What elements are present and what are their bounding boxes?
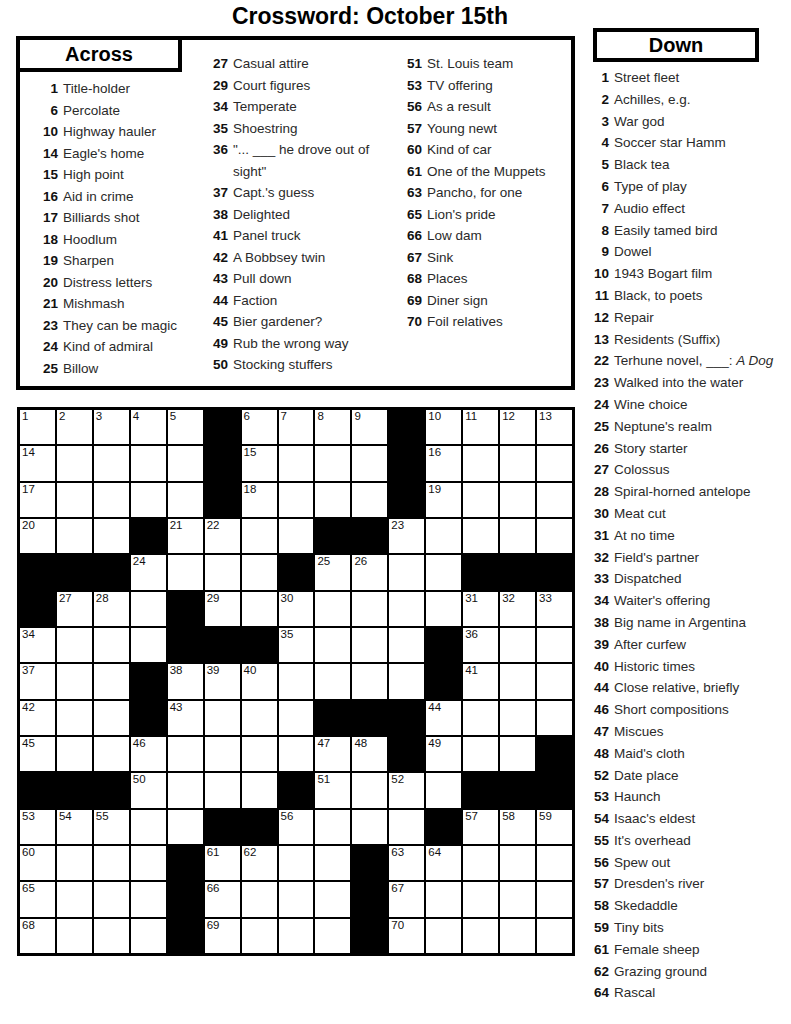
white-cell[interactable]: 21: [168, 519, 203, 553]
white-cell[interactable]: [352, 628, 387, 662]
white-cell[interactable]: [57, 919, 92, 953]
white-cell[interactable]: [463, 483, 498, 517]
white-cell[interactable]: [94, 737, 129, 771]
white-cell[interactable]: [168, 555, 203, 589]
white-cell[interactable]: [242, 592, 277, 626]
cell-number: 17: [22, 483, 35, 496]
clue-number: 51: [400, 53, 422, 75]
clue-number: 27: [206, 53, 228, 75]
white-cell[interactable]: [205, 555, 240, 589]
white-cell[interactable]: [315, 592, 350, 626]
white-cell[interactable]: [131, 846, 166, 880]
white-cell[interactable]: 19: [426, 483, 461, 517]
cell-number: 24: [133, 555, 146, 568]
cell-number: 18: [244, 483, 257, 496]
white-cell[interactable]: [500, 919, 535, 953]
white-cell[interactable]: [315, 483, 350, 517]
white-cell[interactable]: [57, 664, 92, 698]
white-cell[interactable]: [315, 810, 350, 844]
white-cell[interactable]: [57, 882, 92, 916]
black-cell: [389, 737, 424, 771]
white-cell[interactable]: 54: [57, 810, 92, 844]
white-cell[interactable]: [537, 882, 572, 916]
white-cell[interactable]: [168, 483, 203, 517]
cell-number: 5: [170, 410, 176, 423]
white-cell[interactable]: 10: [426, 410, 461, 444]
cell-number: 11: [465, 410, 477, 423]
white-cell[interactable]: 15: [242, 446, 277, 480]
clue-text: Black, to poets: [614, 285, 791, 307]
white-cell[interactable]: [242, 882, 277, 916]
white-cell[interactable]: 50: [131, 773, 166, 807]
clue-number: 25: [590, 416, 609, 438]
white-cell[interactable]: 44: [426, 701, 461, 735]
across-clue-68: 68Places: [400, 268, 572, 290]
down-clue-38: 38Big name in Argentina: [590, 612, 791, 634]
white-cell[interactable]: [426, 592, 461, 626]
across-clue-36: 36"... ___ he drove out of sight": [206, 139, 392, 182]
white-cell[interactable]: [352, 446, 387, 480]
white-cell[interactable]: 45: [20, 737, 55, 771]
clue-number: 8: [590, 220, 609, 242]
down-clue-24: 24Wine choice: [590, 394, 791, 416]
white-cell[interactable]: [131, 592, 166, 626]
white-cell[interactable]: [463, 446, 498, 480]
clue-number: 64: [590, 982, 609, 1004]
white-cell[interactable]: 61: [205, 846, 240, 880]
white-cell[interactable]: 55: [94, 810, 129, 844]
white-cell[interactable]: [168, 737, 203, 771]
across-clue-24: 24Kind of admiral: [36, 336, 204, 358]
clue-text: Places: [427, 268, 572, 290]
white-cell[interactable]: 41: [463, 664, 498, 698]
white-cell[interactable]: [94, 483, 129, 517]
black-cell: [352, 846, 387, 880]
white-cell[interactable]: [94, 701, 129, 735]
cell-number: 6: [244, 410, 250, 423]
white-cell[interactable]: 1: [20, 410, 55, 444]
white-cell[interactable]: [315, 446, 350, 480]
clue-number: 63: [400, 182, 422, 204]
white-cell[interactable]: [242, 919, 277, 953]
white-cell[interactable]: 37: [20, 664, 55, 698]
white-cell[interactable]: [279, 882, 314, 916]
white-cell[interactable]: [57, 628, 92, 662]
page-title: Crossword: October 15th: [0, 3, 740, 30]
white-cell[interactable]: 67: [389, 882, 424, 916]
cell-number: 22: [207, 519, 220, 532]
white-cell[interactable]: [389, 664, 424, 698]
white-cell[interactable]: [426, 773, 461, 807]
cell-number: 49: [428, 737, 441, 750]
white-cell[interactable]: 20: [20, 519, 55, 553]
white-cell[interactable]: 43: [168, 701, 203, 735]
clue-number: 21: [36, 293, 58, 315]
clue-text: Court figures: [233, 75, 392, 97]
cell-number: 16: [428, 446, 441, 459]
white-cell[interactable]: 29: [205, 592, 240, 626]
across-clue-38: 38Delighted: [206, 204, 392, 226]
clue-number: 67: [400, 247, 422, 269]
cell-number: 60: [22, 846, 35, 859]
white-cell[interactable]: [242, 701, 277, 735]
clue-text: Female sheep: [614, 939, 791, 961]
white-cell[interactable]: 26: [352, 555, 387, 589]
white-cell[interactable]: [131, 446, 166, 480]
clue-text: Eagle's home: [63, 143, 204, 165]
white-cell[interactable]: [389, 592, 424, 626]
white-cell[interactable]: [389, 810, 424, 844]
black-cell: [168, 592, 203, 626]
white-cell[interactable]: [389, 628, 424, 662]
clue-text: St. Louis team: [427, 53, 572, 75]
white-cell[interactable]: 17: [20, 483, 55, 517]
white-cell[interactable]: 11: [463, 410, 498, 444]
across-clue-17: 17Billiards shot: [36, 207, 204, 229]
white-cell[interactable]: [500, 664, 535, 698]
clue-number: 3: [590, 111, 609, 133]
white-cell[interactable]: [500, 628, 535, 662]
white-cell[interactable]: 16: [426, 446, 461, 480]
white-cell[interactable]: 25: [315, 555, 350, 589]
white-cell[interactable]: [537, 483, 572, 517]
clue-number: 23: [590, 372, 609, 394]
black-cell: [57, 773, 92, 807]
cell-number: 51: [317, 773, 330, 786]
white-cell[interactable]: 30: [279, 592, 314, 626]
clue-text: Low dam: [427, 225, 572, 247]
clue-number: 61: [590, 939, 609, 961]
cell-number: 47: [317, 737, 330, 750]
white-cell[interactable]: [94, 846, 129, 880]
clue-number: 11: [590, 285, 609, 307]
white-cell[interactable]: [500, 846, 535, 880]
black-cell: [131, 701, 166, 735]
black-cell: [168, 919, 203, 953]
black-cell: [20, 773, 55, 807]
white-cell[interactable]: 70: [389, 919, 424, 953]
clue-text: 1943 Bogart film: [614, 263, 791, 285]
down-clue-57: 57Dresden's river: [590, 873, 791, 895]
across-header-label: Across: [65, 43, 133, 66]
cell-number: 12: [502, 410, 515, 423]
white-cell[interactable]: [279, 737, 314, 771]
black-cell: [168, 846, 203, 880]
white-cell[interactable]: [57, 737, 92, 771]
white-cell[interactable]: 23: [389, 519, 424, 553]
down-clue-39: 39After curfew: [590, 634, 791, 656]
white-cell[interactable]: 58: [500, 810, 535, 844]
clue-number: 14: [36, 143, 58, 165]
white-cell[interactable]: [463, 701, 498, 735]
white-cell[interactable]: 60: [20, 846, 55, 880]
down-clue-52: 52Date place: [590, 765, 791, 787]
white-cell[interactable]: [57, 846, 92, 880]
clue-number: 2: [590, 89, 609, 111]
clue-number: 61: [400, 161, 422, 183]
white-cell[interactable]: [168, 773, 203, 807]
white-cell[interactable]: 4: [131, 410, 166, 444]
cell-number: 62: [244, 846, 257, 859]
white-cell[interactable]: 9: [352, 410, 387, 444]
white-cell[interactable]: 22: [205, 519, 240, 553]
clue-number: 36: [206, 139, 228, 182]
cell-number: 13: [539, 410, 552, 423]
down-clue-9: 9Dowel: [590, 241, 791, 263]
white-cell[interactable]: 38: [168, 664, 203, 698]
white-cell[interactable]: [168, 810, 203, 844]
across-clue-14: 14Eagle's home: [36, 143, 204, 165]
black-cell: [279, 555, 314, 589]
clue-number: 57: [590, 873, 609, 895]
crossword-grid[interactable]: 1234567891011121314151617181920212223242…: [17, 407, 575, 956]
black-cell: [205, 628, 240, 662]
clue-number: 43: [206, 268, 228, 290]
white-cell[interactable]: 18: [242, 483, 277, 517]
white-cell[interactable]: [279, 919, 314, 953]
white-cell[interactable]: 14: [20, 446, 55, 480]
across-clue-43: 43Pull down: [206, 268, 392, 290]
clue-number: 45: [206, 311, 228, 333]
black-cell: [131, 664, 166, 698]
white-cell[interactable]: 8: [315, 410, 350, 444]
white-cell[interactable]: 27: [57, 592, 92, 626]
white-cell[interactable]: 47: [315, 737, 350, 771]
white-cell[interactable]: 31: [463, 592, 498, 626]
white-cell[interactable]: 13: [537, 410, 572, 444]
white-cell[interactable]: [205, 701, 240, 735]
white-cell[interactable]: [500, 882, 535, 916]
down-clue-61: 61Female sheep: [590, 939, 791, 961]
clue-text: Tiny bits: [614, 917, 791, 939]
white-cell[interactable]: [131, 919, 166, 953]
white-cell[interactable]: [426, 919, 461, 953]
white-cell[interactable]: 62: [242, 846, 277, 880]
white-cell[interactable]: 42: [20, 701, 55, 735]
white-cell[interactable]: 49: [426, 737, 461, 771]
white-cell[interactable]: [131, 810, 166, 844]
cell-number: 4: [133, 410, 139, 423]
white-cell[interactable]: [500, 446, 535, 480]
white-cell[interactable]: [537, 846, 572, 880]
white-cell[interactable]: 69: [205, 919, 240, 953]
white-cell[interactable]: [315, 919, 350, 953]
black-cell: [426, 628, 461, 662]
white-cell[interactable]: [500, 737, 535, 771]
white-cell[interactable]: 35: [279, 628, 314, 662]
clue-text: Panel truck: [233, 225, 392, 247]
cell-number: 59: [539, 810, 552, 823]
down-section: Down 1Street fleet2Achilles, e.g.3War go…: [590, 28, 791, 1004]
white-cell[interactable]: [279, 664, 314, 698]
clue-text: Short compositions: [614, 699, 791, 721]
black-cell: [57, 555, 92, 589]
white-cell[interactable]: [315, 628, 350, 662]
down-clue-53: 53Haunch: [590, 786, 791, 808]
white-cell[interactable]: [242, 773, 277, 807]
clue-number: 52: [590, 765, 609, 787]
white-cell[interactable]: 6: [242, 410, 277, 444]
white-cell[interactable]: [94, 664, 129, 698]
white-cell[interactable]: [57, 519, 92, 553]
cell-number: 46: [133, 737, 146, 750]
white-cell[interactable]: [279, 483, 314, 517]
across-clue-1: 1Title-holder: [36, 78, 204, 100]
white-cell[interactable]: [537, 919, 572, 953]
white-cell[interactable]: [315, 846, 350, 880]
white-cell[interactable]: [57, 701, 92, 735]
clue-number: 25: [36, 358, 58, 380]
white-cell[interactable]: 64: [426, 846, 461, 880]
clue-number: 12: [590, 307, 609, 329]
white-cell[interactable]: [537, 701, 572, 735]
clue-number: 30: [590, 503, 609, 525]
white-cell[interactable]: [537, 519, 572, 553]
white-cell[interactable]: [57, 483, 92, 517]
clue-number: 65: [400, 204, 422, 226]
clue-number: 22: [590, 350, 609, 372]
white-cell[interactable]: [131, 628, 166, 662]
clue-text: War god: [614, 111, 791, 133]
white-cell[interactable]: [205, 773, 240, 807]
cell-number: 69: [207, 919, 220, 932]
white-cell[interactable]: 2: [57, 410, 92, 444]
white-cell[interactable]: [352, 664, 387, 698]
white-cell[interactable]: [242, 737, 277, 771]
white-cell[interactable]: 36: [463, 628, 498, 662]
across-clue-45: 45Bier gardener?: [206, 311, 392, 333]
white-cell[interactable]: [426, 519, 461, 553]
white-cell[interactable]: [389, 555, 424, 589]
clue-text: Mishmash: [63, 293, 204, 315]
white-cell[interactable]: [426, 555, 461, 589]
across-clue-34: 34Temperate: [206, 96, 392, 118]
clue-text: Pull down: [233, 268, 392, 290]
across-clue-column-2: 27Casual attire29Court figures34Temperat…: [206, 53, 392, 376]
clue-text: Dowel: [614, 241, 791, 263]
across-clue-61: 61One of the Muppets: [400, 161, 572, 183]
white-cell[interactable]: 12: [500, 410, 535, 444]
clue-number: 34: [206, 96, 228, 118]
white-cell[interactable]: [94, 882, 129, 916]
white-cell[interactable]: 53: [20, 810, 55, 844]
down-clue-48: 48Maid's cloth: [590, 743, 791, 765]
black-cell: [352, 701, 387, 735]
cell-number: 27: [59, 592, 72, 605]
black-cell: [389, 701, 424, 735]
clue-text: Grazing ground: [614, 961, 791, 983]
clue-number: 40: [590, 656, 609, 678]
clue-text: Lion's pride: [427, 204, 572, 226]
white-cell[interactable]: [57, 446, 92, 480]
white-cell[interactable]: 52: [389, 773, 424, 807]
white-cell[interactable]: 32: [500, 592, 535, 626]
white-cell[interactable]: 66: [205, 882, 240, 916]
down-clue-28: 28Spiral-horned antelope: [590, 481, 791, 503]
white-cell[interactable]: [352, 483, 387, 517]
white-cell[interactable]: [205, 737, 240, 771]
white-cell[interactable]: [352, 592, 387, 626]
white-cell[interactable]: [463, 737, 498, 771]
across-clue-20: 20Distress letters: [36, 272, 204, 294]
clue-number: 10: [36, 121, 58, 143]
white-cell[interactable]: [463, 882, 498, 916]
white-cell[interactable]: [279, 446, 314, 480]
across-clue-60: 60Kind of car: [400, 139, 572, 161]
clue-text: Dispatched: [614, 568, 791, 590]
white-cell[interactable]: 48: [352, 737, 387, 771]
white-cell[interactable]: 5: [168, 410, 203, 444]
cell-number: 21: [170, 519, 183, 532]
white-cell[interactable]: 57: [463, 810, 498, 844]
white-cell[interactable]: [352, 773, 387, 807]
white-cell[interactable]: [242, 555, 277, 589]
white-cell[interactable]: 3: [94, 410, 129, 444]
white-cell[interactable]: [463, 846, 498, 880]
white-cell[interactable]: 7: [279, 410, 314, 444]
clue-number: 60: [400, 139, 422, 161]
white-cell[interactable]: 63: [389, 846, 424, 880]
white-cell[interactable]: [279, 519, 314, 553]
across-clue-25: 25Billow: [36, 358, 204, 380]
white-cell[interactable]: 56: [279, 810, 314, 844]
across-clue-69: 69Diner sign: [400, 290, 572, 312]
white-cell[interactable]: [168, 446, 203, 480]
white-cell[interactable]: 33: [537, 592, 572, 626]
white-cell[interactable]: [352, 810, 387, 844]
white-cell[interactable]: [463, 519, 498, 553]
white-cell[interactable]: [500, 701, 535, 735]
white-cell[interactable]: [315, 882, 350, 916]
white-cell[interactable]: [500, 483, 535, 517]
white-cell[interactable]: [537, 664, 572, 698]
white-cell[interactable]: [131, 882, 166, 916]
white-cell[interactable]: 40: [242, 664, 277, 698]
white-cell[interactable]: 59: [537, 810, 572, 844]
white-cell[interactable]: [94, 628, 129, 662]
white-cell[interactable]: [94, 919, 129, 953]
white-cell[interactable]: 28: [94, 592, 129, 626]
clue-number: 44: [206, 290, 228, 312]
white-cell[interactable]: [94, 446, 129, 480]
white-cell[interactable]: [279, 701, 314, 735]
white-cell[interactable]: [537, 628, 572, 662]
white-cell[interactable]: [463, 919, 498, 953]
white-cell[interactable]: [279, 846, 314, 880]
white-cell[interactable]: [426, 882, 461, 916]
white-cell[interactable]: [94, 519, 129, 553]
white-cell[interactable]: [500, 519, 535, 553]
white-cell[interactable]: 24: [131, 555, 166, 589]
across-clue-column-3: 51St. Louis team53TV offering56As a resu…: [400, 53, 572, 333]
white-cell[interactable]: 39: [205, 664, 240, 698]
white-cell[interactable]: [242, 519, 277, 553]
clue-number: 26: [590, 438, 609, 460]
down-clue-62: 62Grazing ground: [590, 961, 791, 983]
clue-number: 56: [400, 96, 422, 118]
white-cell[interactable]: [537, 446, 572, 480]
white-cell[interactable]: [315, 664, 350, 698]
white-cell[interactable]: 34: [20, 628, 55, 662]
white-cell[interactable]: 46: [131, 737, 166, 771]
down-clue-12: 12Repair: [590, 307, 791, 329]
across-clue-15: 15High point: [36, 164, 204, 186]
clue-text: Temperate: [233, 96, 392, 118]
white-cell[interactable]: 65: [20, 882, 55, 916]
white-cell[interactable]: 51: [315, 773, 350, 807]
white-cell[interactable]: 68: [20, 919, 55, 953]
white-cell[interactable]: [131, 483, 166, 517]
